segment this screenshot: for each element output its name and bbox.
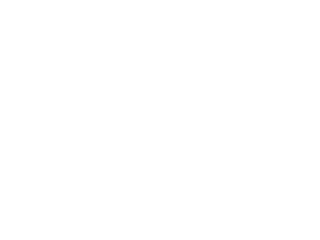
chess-board — [72, 1, 248, 179]
app-background — [0, 0, 320, 180]
